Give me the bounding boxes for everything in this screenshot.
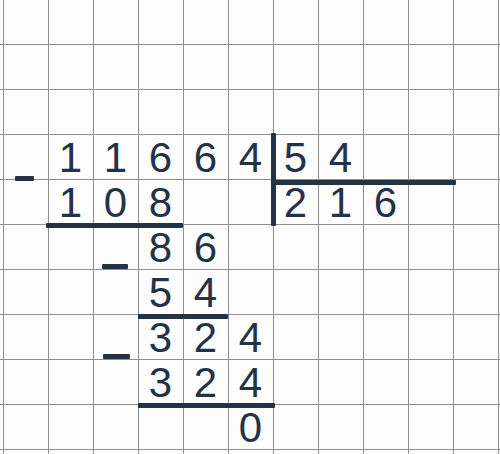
digit-cell-r6-c3: 5	[138, 270, 183, 315]
digit-cell-r3-c2: 1	[93, 135, 138, 180]
minus-sign-3	[103, 354, 130, 359]
digit-cell-r4-c1: 1	[48, 180, 93, 225]
division-worksheet: 116645410821686543243240	[0, 0, 500, 454]
digit-cell-r5-c3: 8	[138, 225, 183, 270]
digit-cell-r3-c7: 4	[318, 135, 363, 180]
digit-cell-r4-c6: 2	[273, 180, 318, 225]
digit-cell-r4-c3: 8	[138, 180, 183, 225]
digit-cell-r3-c4: 6	[183, 135, 228, 180]
digit-cell-r3-c3: 6	[138, 135, 183, 180]
digit-cell-r6-c4: 4	[183, 270, 228, 315]
minus-sign-1	[15, 176, 34, 181]
digit-cell-r5-c4: 6	[183, 225, 228, 270]
digit-cell-r9-c5: 0	[228, 405, 273, 450]
digit-cell-r7-c4: 2	[183, 315, 228, 360]
digit-cell-r7-c5: 4	[228, 315, 273, 360]
underline-108	[46, 223, 183, 228]
minus-sign-2	[102, 264, 128, 269]
digit-cell-r4-c8: 6	[363, 180, 408, 225]
quotient-separator-line	[271, 180, 456, 185]
digit-cell-r3-c1: 1	[48, 135, 93, 180]
digit-cell-r8-c3: 3	[138, 360, 183, 405]
digit-cell-r3-c6: 5	[273, 135, 318, 180]
underline-324	[138, 403, 275, 408]
underline-54	[138, 314, 228, 319]
digit-cell-r4-c2: 0	[93, 180, 138, 225]
digit-cell-r8-c5: 4	[228, 360, 273, 405]
digit-cell-r8-c4: 2	[183, 360, 228, 405]
digit-cell-r3-c5: 4	[228, 135, 273, 180]
digit-cell-r7-c3: 3	[138, 315, 183, 360]
digit-cell-r4-c7: 1	[318, 180, 363, 225]
